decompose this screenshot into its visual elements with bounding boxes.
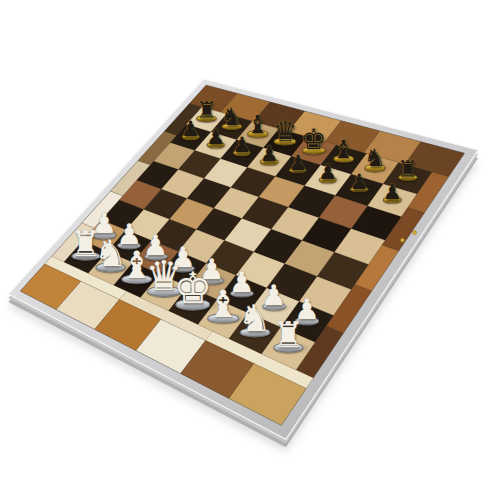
- piece-glyph: ♟: [181, 119, 200, 140]
- piece-glyph: ♝: [206, 285, 240, 323]
- piece-glyph: ♟: [260, 143, 279, 164]
- chess-set-photo: ♜♞♝♛♚♝♞♜♟♟♟♟♟♟♟♟♟♟♟♟♟♟♟♟♜♞♝♛♚♝♞♜: [0, 0, 500, 500]
- gold-accent-dot-0: [413, 231, 417, 235]
- piece-glyph: ♟: [383, 181, 402, 202]
- piece-glyph: ♟: [288, 152, 307, 173]
- gold-accent-dot-1: [400, 238, 404, 242]
- piece-glyph: ♞: [364, 147, 386, 172]
- piece-glyph: ♜: [397, 157, 418, 180]
- piece-glyph: ♟: [318, 162, 337, 183]
- piece-glyph: ♜: [272, 317, 304, 352]
- piece-glyph: ♞: [238, 300, 271, 337]
- piece-glyph: ♟: [350, 171, 369, 192]
- piece-glyph: ♟: [232, 135, 251, 156]
- piece-glyph: ♝: [332, 137, 355, 162]
- piece-glyph: ♟: [206, 127, 225, 148]
